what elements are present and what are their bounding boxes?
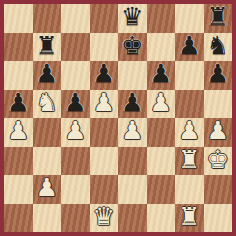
square-d6[interactable]: ♟ bbox=[90, 61, 119, 90]
square-f6[interactable]: ♟ bbox=[147, 61, 176, 90]
square-d2[interactable] bbox=[90, 175, 119, 204]
square-g1[interactable]: ♜ bbox=[175, 204, 204, 233]
white-pawn-piece: ♟ bbox=[178, 118, 200, 145]
white-knight-piece: ♞ bbox=[36, 90, 58, 117]
square-b8[interactable] bbox=[33, 4, 62, 33]
square-b7[interactable]: ♜ bbox=[33, 33, 62, 62]
square-g7[interactable]: ♟ bbox=[175, 33, 204, 62]
square-g8[interactable] bbox=[175, 4, 204, 33]
white-pawn-piece: ♟ bbox=[64, 118, 86, 145]
square-e7[interactable]: ♚ bbox=[118, 33, 147, 62]
white-rook-piece: ♜ bbox=[178, 204, 200, 231]
square-g3[interactable]: ♜ bbox=[175, 147, 204, 176]
black-pawn-piece: ♟ bbox=[207, 61, 229, 88]
black-pawn-piece: ♟ bbox=[178, 33, 200, 60]
black-pawn-piece: ♟ bbox=[93, 61, 115, 88]
chess-diagram: ♛♜♜♚♟♞♟♟♟♟♟♞♟♟♟♟♟♟♟♟♟♜♚♟♛♜ bbox=[0, 0, 236, 236]
square-c3[interactable] bbox=[61, 147, 90, 176]
square-a2[interactable] bbox=[4, 175, 33, 204]
square-e3[interactable] bbox=[118, 147, 147, 176]
white-queen-piece: ♛ bbox=[93, 204, 115, 231]
black-pawn-piece: ♟ bbox=[64, 90, 86, 117]
square-d8[interactable] bbox=[90, 4, 119, 33]
square-a4[interactable]: ♟ bbox=[4, 118, 33, 147]
square-d3[interactable] bbox=[90, 147, 119, 176]
square-g4[interactable]: ♟ bbox=[175, 118, 204, 147]
square-c2[interactable] bbox=[61, 175, 90, 204]
square-b4[interactable] bbox=[33, 118, 62, 147]
square-g2[interactable] bbox=[175, 175, 204, 204]
white-pawn-piece: ♟ bbox=[207, 118, 229, 145]
square-c8[interactable] bbox=[61, 4, 90, 33]
square-e2[interactable] bbox=[118, 175, 147, 204]
square-g6[interactable] bbox=[175, 61, 204, 90]
square-h7[interactable]: ♞ bbox=[204, 33, 233, 62]
square-f2[interactable] bbox=[147, 175, 176, 204]
square-f3[interactable] bbox=[147, 147, 176, 176]
black-rook-piece: ♜ bbox=[207, 4, 229, 31]
square-b3[interactable] bbox=[33, 147, 62, 176]
square-c1[interactable] bbox=[61, 204, 90, 233]
chess-board: ♛♜♜♚♟♞♟♟♟♟♟♞♟♟♟♟♟♟♟♟♟♜♚♟♛♜ bbox=[4, 4, 232, 232]
white-pawn-piece: ♟ bbox=[121, 118, 143, 145]
square-h5[interactable] bbox=[204, 90, 233, 119]
square-c5[interactable]: ♟ bbox=[61, 90, 90, 119]
board-frame: ♛♜♜♚♟♞♟♟♟♟♟♞♟♟♟♟♟♟♟♟♟♜♚♟♛♜ bbox=[0, 0, 236, 236]
square-e6[interactable] bbox=[118, 61, 147, 90]
square-d1[interactable]: ♛ bbox=[90, 204, 119, 233]
square-c4[interactable]: ♟ bbox=[61, 118, 90, 147]
square-e1[interactable] bbox=[118, 204, 147, 233]
square-h1[interactable] bbox=[204, 204, 233, 233]
white-pawn-piece: ♟ bbox=[7, 118, 29, 145]
square-d4[interactable] bbox=[90, 118, 119, 147]
square-e4[interactable]: ♟ bbox=[118, 118, 147, 147]
square-b1[interactable] bbox=[33, 204, 62, 233]
square-f5[interactable]: ♟ bbox=[147, 90, 176, 119]
white-pawn-piece: ♟ bbox=[93, 90, 115, 117]
white-rook-piece: ♜ bbox=[178, 147, 200, 174]
square-f8[interactable] bbox=[147, 4, 176, 33]
square-b2[interactable]: ♟ bbox=[33, 175, 62, 204]
square-a3[interactable] bbox=[4, 147, 33, 176]
black-queen-piece: ♛ bbox=[121, 4, 143, 31]
white-pawn-piece: ♟ bbox=[36, 175, 58, 202]
square-h3[interactable]: ♚ bbox=[204, 147, 233, 176]
square-f4[interactable] bbox=[147, 118, 176, 147]
black-pawn-piece: ♟ bbox=[7, 90, 29, 117]
black-rook-piece: ♜ bbox=[36, 33, 58, 60]
white-king-piece: ♚ bbox=[207, 147, 229, 174]
square-b5[interactable]: ♞ bbox=[33, 90, 62, 119]
black-king-piece: ♚ bbox=[121, 33, 143, 60]
square-c7[interactable] bbox=[61, 33, 90, 62]
square-h8[interactable]: ♜ bbox=[204, 4, 233, 33]
black-pawn-piece: ♟ bbox=[121, 90, 143, 117]
square-d7[interactable] bbox=[90, 33, 119, 62]
square-e5[interactable]: ♟ bbox=[118, 90, 147, 119]
square-f7[interactable] bbox=[147, 33, 176, 62]
square-g5[interactable] bbox=[175, 90, 204, 119]
black-pawn-piece: ♟ bbox=[150, 61, 172, 88]
square-h4[interactable]: ♟ bbox=[204, 118, 233, 147]
square-a6[interactable] bbox=[4, 61, 33, 90]
square-e8[interactable]: ♛ bbox=[118, 4, 147, 33]
square-c6[interactable] bbox=[61, 61, 90, 90]
square-a5[interactable]: ♟ bbox=[4, 90, 33, 119]
square-h2[interactable] bbox=[204, 175, 233, 204]
black-pawn-piece: ♟ bbox=[36, 61, 58, 88]
square-d5[interactable]: ♟ bbox=[90, 90, 119, 119]
square-b6[interactable]: ♟ bbox=[33, 61, 62, 90]
white-pawn-piece: ♟ bbox=[150, 90, 172, 117]
square-a7[interactable] bbox=[4, 33, 33, 62]
black-knight-piece: ♞ bbox=[207, 33, 229, 60]
square-a1[interactable] bbox=[4, 204, 33, 233]
square-f1[interactable] bbox=[147, 204, 176, 233]
square-a8[interactable] bbox=[4, 4, 33, 33]
square-h6[interactable]: ♟ bbox=[204, 61, 233, 90]
